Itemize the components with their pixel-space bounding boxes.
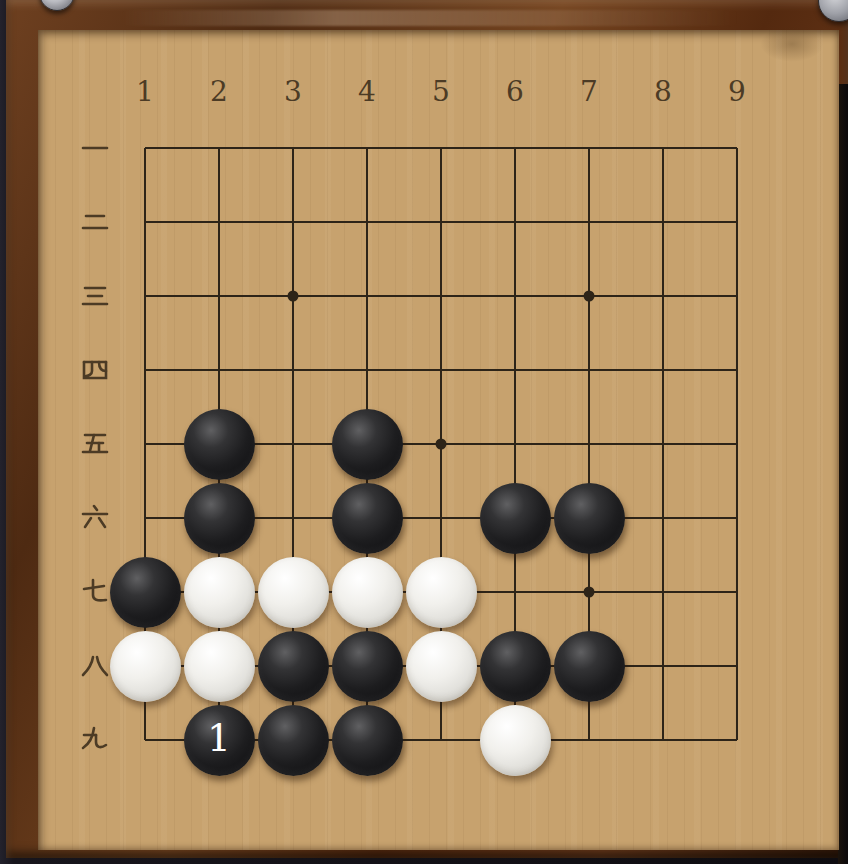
intersection-1-4[interactable] [108, 333, 182, 407]
go-grid: 1 [108, 111, 774, 777]
intersection-2-2[interactable] [182, 185, 256, 259]
intersection-7-2[interactable] [552, 185, 626, 259]
black-stone [332, 631, 403, 702]
intersection-9-1[interactable] [700, 111, 774, 185]
black-stone [554, 483, 625, 554]
column-label-3: 3 [284, 75, 302, 108]
intersection-4-4[interactable] [330, 333, 404, 407]
black-stone [110, 557, 181, 628]
intersection-1-8[interactable] [108, 629, 182, 703]
intersection-2-5[interactable] [182, 407, 256, 481]
intersection-3-3[interactable] [256, 259, 330, 333]
intersection-3-7[interactable] [256, 555, 330, 629]
black-stone [332, 409, 403, 480]
intersection-1-7[interactable] [108, 555, 182, 629]
intersection-5-2[interactable] [404, 185, 478, 259]
intersection-2-7[interactable] [182, 555, 256, 629]
intersection-6-2[interactable] [478, 185, 552, 259]
intersection-4-8[interactable] [330, 629, 404, 703]
intersection-7-5[interactable] [552, 407, 626, 481]
row-label-2 [79, 206, 111, 238]
white-stone [406, 557, 477, 628]
intersection-6-4[interactable] [478, 333, 552, 407]
move-number-label: 1 [207, 720, 231, 757]
intersection-9-5[interactable] [700, 407, 774, 481]
black-stone [258, 705, 329, 776]
intersection-4-7[interactable] [330, 555, 404, 629]
column-label-2: 2 [210, 75, 228, 108]
intersection-6-1[interactable] [478, 111, 552, 185]
clamp-shadow [760, 26, 824, 62]
white-stone [258, 557, 329, 628]
intersection-8-9[interactable] [626, 703, 700, 777]
intersection-9-8[interactable] [700, 629, 774, 703]
black-stone [480, 483, 551, 554]
intersection-7-1[interactable] [552, 111, 626, 185]
intersection-2-6[interactable] [182, 481, 256, 555]
intersection-6-6[interactable] [478, 481, 552, 555]
intersection-1-1[interactable] [108, 111, 182, 185]
intersection-4-3[interactable] [330, 259, 404, 333]
row-label-5 [79, 428, 111, 460]
intersection-7-4[interactable] [552, 333, 626, 407]
black-stone [480, 631, 551, 702]
black-stone [332, 705, 403, 776]
intersection-4-5[interactable] [330, 407, 404, 481]
intersection-9-7[interactable] [700, 555, 774, 629]
intersection-5-4[interactable] [404, 333, 478, 407]
white-stone [406, 631, 477, 702]
black-stone [184, 409, 255, 480]
intersection-9-9[interactable] [700, 703, 774, 777]
intersection-5-7[interactable] [404, 555, 478, 629]
black-stone [554, 631, 625, 702]
column-label-5: 5 [432, 75, 450, 108]
intersection-2-4[interactable] [182, 333, 256, 407]
intersection-6-5[interactable] [478, 407, 552, 481]
intersection-8-2[interactable] [626, 185, 700, 259]
intersection-2-9[interactable]: 1 [182, 703, 256, 777]
white-stone [480, 705, 551, 776]
intersection-9-2[interactable] [700, 185, 774, 259]
row-label-8 [79, 650, 111, 682]
intersection-8-4[interactable] [626, 333, 700, 407]
intersection-4-2[interactable] [330, 185, 404, 259]
intersection-5-3[interactable] [404, 259, 478, 333]
intersection-7-7[interactable] [552, 555, 626, 629]
intersection-3-2[interactable] [256, 185, 330, 259]
intersection-8-3[interactable] [626, 259, 700, 333]
intersections-layer: 1 [108, 111, 774, 777]
intersection-3-9[interactable] [256, 703, 330, 777]
white-stone [332, 557, 403, 628]
column-label-9: 9 [728, 75, 746, 108]
intersection-9-4[interactable] [700, 333, 774, 407]
row-label-3 [79, 280, 111, 312]
intersection-7-6[interactable] [552, 481, 626, 555]
intersection-7-3[interactable] [552, 259, 626, 333]
intersection-3-4[interactable] [256, 333, 330, 407]
intersection-1-5[interactable] [108, 407, 182, 481]
intersection-6-3[interactable] [478, 259, 552, 333]
intersection-5-1[interactable] [404, 111, 478, 185]
intersection-1-3[interactable] [108, 259, 182, 333]
intersection-5-8[interactable] [404, 629, 478, 703]
intersection-5-9[interactable] [404, 703, 478, 777]
white-stone [184, 631, 255, 702]
intersection-1-9[interactable] [108, 703, 182, 777]
row-label-4 [79, 354, 111, 386]
black-stone [184, 483, 255, 554]
column-label-8: 8 [654, 75, 672, 108]
row-label-6 [79, 502, 111, 534]
row-coordinates [79, 111, 111, 777]
intersection-9-3[interactable] [700, 259, 774, 333]
intersection-7-8[interactable] [552, 629, 626, 703]
column-label-4: 4 [358, 75, 376, 108]
row-label-9 [79, 724, 111, 756]
intersection-1-6[interactable] [108, 481, 182, 555]
intersection-9-6[interactable] [700, 481, 774, 555]
go-board-screen: 123456789 1 [0, 0, 848, 864]
intersection-4-9[interactable] [330, 703, 404, 777]
intersection-3-6[interactable] [256, 481, 330, 555]
column-label-7: 7 [580, 75, 598, 108]
column-label-6: 6 [506, 75, 524, 108]
intersection-8-6[interactable] [626, 481, 700, 555]
intersection-2-8[interactable] [182, 629, 256, 703]
intersection-4-1[interactable] [330, 111, 404, 185]
intersection-4-6[interactable] [330, 481, 404, 555]
column-coordinates: 123456789 [108, 74, 774, 108]
intersection-8-1[interactable] [626, 111, 700, 185]
row-label-7 [79, 576, 111, 608]
white-stone [184, 557, 255, 628]
white-stone [110, 631, 181, 702]
intersection-2-1[interactable] [182, 111, 256, 185]
black-stone: 1 [184, 705, 255, 776]
black-stone [332, 483, 403, 554]
black-stone [258, 631, 329, 702]
column-label-1: 1 [136, 75, 154, 108]
intersection-7-9[interactable] [552, 703, 626, 777]
intersection-3-8[interactable] [256, 629, 330, 703]
intersection-3-1[interactable] [256, 111, 330, 185]
intersection-5-6[interactable] [404, 481, 478, 555]
frame-highlight [120, 10, 740, 26]
intersection-8-8[interactable] [626, 629, 700, 703]
intersection-6-7[interactable] [478, 555, 552, 629]
intersection-6-9[interactable] [478, 703, 552, 777]
row-label-1 [79, 132, 111, 164]
intersection-3-5[interactable] [256, 407, 330, 481]
right-edge-shadow [838, 84, 848, 864]
intersection-5-5[interactable] [404, 407, 478, 481]
intersection-6-8[interactable] [478, 629, 552, 703]
intersection-1-2[interactable] [108, 185, 182, 259]
intersection-8-7[interactable] [626, 555, 700, 629]
intersection-8-5[interactable] [626, 407, 700, 481]
intersection-2-3[interactable] [182, 259, 256, 333]
